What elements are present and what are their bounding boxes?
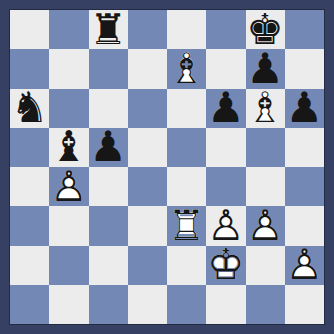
piece-black-pawn[interactable]: ♟ (285, 89, 324, 128)
piece-black-pawn[interactable]: ♟ (206, 89, 245, 128)
square-c2[interactable] (89, 246, 128, 285)
piece-white-rook[interactable]: ♜♖ (167, 206, 206, 245)
black-pawn-glyph: ♟ (207, 87, 245, 129)
square-h2[interactable]: ♟♙ (285, 246, 324, 285)
square-e6[interactable] (167, 89, 206, 128)
piece-black-pawn[interactable]: ♟ (89, 128, 128, 167)
white-rook-outline-glyph: ♖ (168, 205, 206, 247)
square-f2[interactable]: ♚♔ (206, 246, 245, 285)
square-b1[interactable] (49, 285, 88, 324)
square-d3[interactable] (128, 206, 167, 245)
black-knight-glyph: ♞ (11, 87, 49, 129)
piece-white-pawn[interactable]: ♟♙ (49, 167, 88, 206)
square-c8[interactable]: ♜ (89, 10, 128, 49)
piece-black-knight[interactable]: ♞ (10, 89, 49, 128)
square-f1[interactable] (206, 285, 245, 324)
white-bishop-outline-glyph: ♗ (168, 48, 206, 90)
square-b4[interactable]: ♟♙ (49, 167, 88, 206)
square-e3[interactable]: ♜♖ (167, 206, 206, 245)
square-e1[interactable] (167, 285, 206, 324)
square-a1[interactable] (10, 285, 49, 324)
square-b8[interactable] (49, 10, 88, 49)
square-g2[interactable] (246, 246, 285, 285)
square-f8[interactable] (206, 10, 245, 49)
square-a5[interactable] (10, 128, 49, 167)
white-pawn-outline-glyph: ♙ (246, 205, 284, 247)
square-a3[interactable] (10, 206, 49, 245)
square-g1[interactable] (246, 285, 285, 324)
black-pawn-glyph: ♟ (89, 126, 127, 168)
chess-board: ♜♚♝♗♟♞♟♝♗♟♝♟♟♙♜♖♟♙♟♙♚♔♟♙ (10, 10, 324, 324)
square-h5[interactable] (285, 128, 324, 167)
white-king-outline-glyph: ♔ (207, 244, 245, 286)
square-h4[interactable] (285, 167, 324, 206)
black-rook-glyph: ♜ (89, 9, 127, 51)
square-g3[interactable]: ♟♙ (246, 206, 285, 245)
square-c3[interactable] (89, 206, 128, 245)
square-g5[interactable] (246, 128, 285, 167)
square-b3[interactable] (49, 206, 88, 245)
square-d7[interactable] (128, 49, 167, 88)
square-h8[interactable] (285, 10, 324, 49)
square-d5[interactable] (128, 128, 167, 167)
black-pawn-glyph: ♟ (286, 87, 324, 129)
square-d4[interactable] (128, 167, 167, 206)
piece-white-king[interactable]: ♚♔ (206, 246, 245, 285)
square-d1[interactable] (128, 285, 167, 324)
square-a6[interactable]: ♞ (10, 89, 49, 128)
chess-board-frame: ♜♚♝♗♟♞♟♝♗♟♝♟♟♙♜♖♟♙♟♙♚♔♟♙ (0, 0, 334, 334)
piece-white-bishop[interactable]: ♝♗ (246, 89, 285, 128)
square-d6[interactable] (128, 89, 167, 128)
square-e5[interactable] (167, 128, 206, 167)
square-b7[interactable] (49, 49, 88, 88)
square-c5[interactable]: ♟ (89, 128, 128, 167)
piece-white-pawn[interactable]: ♟♙ (285, 246, 324, 285)
square-h6[interactable]: ♟ (285, 89, 324, 128)
square-f5[interactable] (206, 128, 245, 167)
white-pawn-outline-glyph: ♙ (50, 166, 88, 208)
square-d8[interactable] (128, 10, 167, 49)
square-a8[interactable] (10, 10, 49, 49)
square-a4[interactable] (10, 167, 49, 206)
square-e7[interactable]: ♝♗ (167, 49, 206, 88)
square-b2[interactable] (49, 246, 88, 285)
piece-white-pawn[interactable]: ♟♙ (246, 206, 285, 245)
square-d2[interactable] (128, 246, 167, 285)
square-c4[interactable] (89, 167, 128, 206)
piece-white-bishop[interactable]: ♝♗ (167, 49, 206, 88)
piece-black-rook[interactable]: ♜ (89, 10, 128, 49)
square-g6[interactable]: ♝♗ (246, 89, 285, 128)
square-c7[interactable] (89, 49, 128, 88)
square-c1[interactable] (89, 285, 128, 324)
square-f6[interactable]: ♟ (206, 89, 245, 128)
square-a2[interactable] (10, 246, 49, 285)
square-h1[interactable] (285, 285, 324, 324)
square-e2[interactable] (167, 246, 206, 285)
white-pawn-outline-glyph: ♙ (286, 244, 324, 286)
white-bishop-outline-glyph: ♗ (246, 87, 284, 129)
